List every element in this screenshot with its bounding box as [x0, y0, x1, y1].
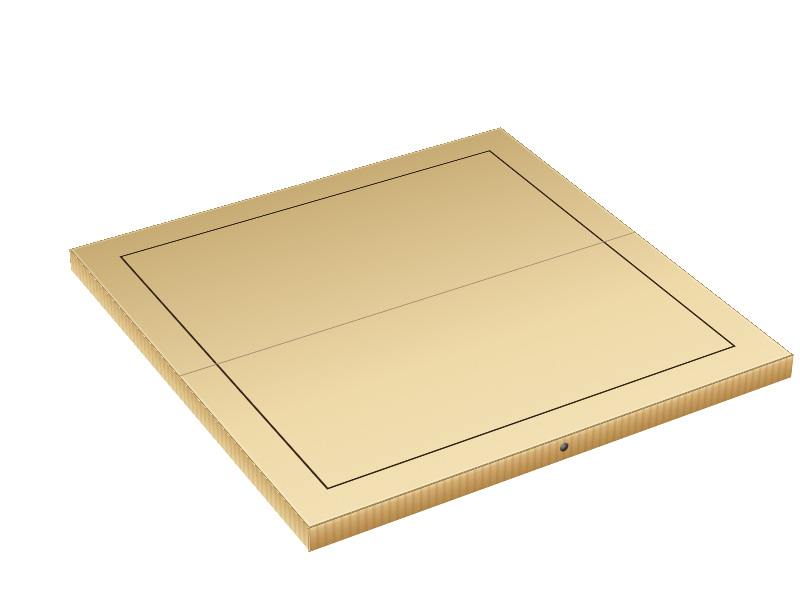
chess-board	[70, 127, 794, 527]
playing-field	[119, 150, 735, 489]
photo-background	[0, 0, 800, 600]
board-top	[70, 127, 794, 527]
clasp-pin	[560, 442, 569, 453]
